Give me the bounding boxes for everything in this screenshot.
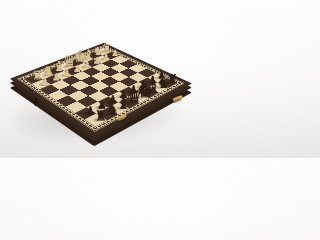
- product-photo-scene: ♜♞♝♛♚♝♞♜♟♟♟♟♟♟♟♟♟♟♟♟♟♟♟♟♜♞♝♛♚♝♞♜: [0, 0, 200, 158]
- square-e4: [91, 72, 110, 81]
- piece-bR: ♜: [93, 109, 109, 123]
- piece-wP: ♟: [38, 77, 52, 87]
